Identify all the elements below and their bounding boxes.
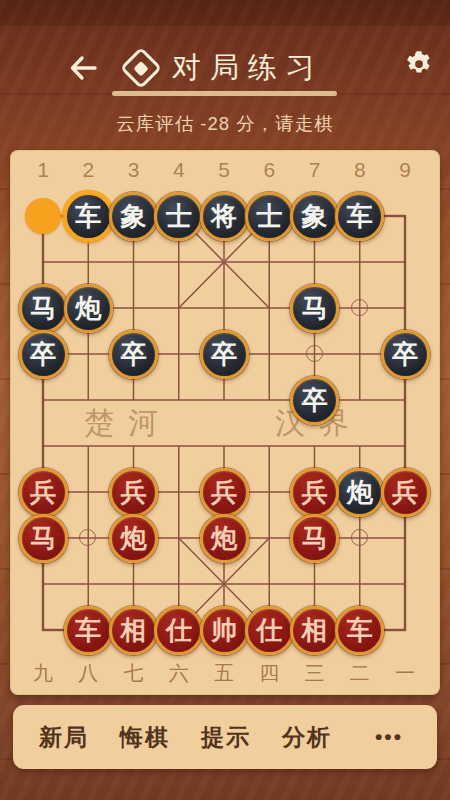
bottom-coordinate-label: 二 <box>346 660 374 687</box>
piece-red-车[interactable]: 车 <box>335 606 384 655</box>
piece-black-卒[interactable]: 卒 <box>381 330 430 379</box>
button-hint[interactable]: 提示 <box>201 722 251 753</box>
toolbar: 新局悔棋提示分析 ••• <box>13 705 437 769</box>
piece-red-相[interactable]: 相 <box>290 606 339 655</box>
piece-black-马[interactable]: 马 <box>19 284 68 333</box>
piece-black-象[interactable]: 象 <box>290 192 339 241</box>
bottom-coordinate-label: 七 <box>120 660 148 687</box>
bottom-coordinate-label: 八 <box>74 660 102 687</box>
button-undo[interactable]: 悔棋 <box>120 722 170 753</box>
piece-red-帅[interactable]: 帅 <box>200 606 249 655</box>
piece-red-仕[interactable]: 仕 <box>154 606 203 655</box>
piece-red-仕[interactable]: 仕 <box>245 606 294 655</box>
piece-red-炮[interactable]: 炮 <box>109 514 158 563</box>
title-underline <box>112 91 337 96</box>
button-new-game[interactable]: 新局 <box>39 722 89 753</box>
point-marker <box>351 299 368 316</box>
top-coordinate-label: 2 <box>74 158 102 182</box>
top-coordinate-label: 5 <box>210 158 238 182</box>
piece-red-兵[interactable]: 兵 <box>19 468 68 517</box>
bottom-coordinate-label: 一 <box>391 660 419 687</box>
status-bar-shade <box>0 0 450 26</box>
piece-red-炮[interactable]: 炮 <box>200 514 249 563</box>
top-coordinate-label: 4 <box>165 158 193 182</box>
xiangqi-board[interactable]: 楚河 汉界 123456789九八七六五四三二一车象士将士象车马炮马卒卒卒卒卒炮… <box>10 150 440 695</box>
piece-black-卒[interactable]: 卒 <box>200 330 249 379</box>
piece-black-车[interactable]: 车 <box>335 192 384 241</box>
piece-red-相[interactable]: 相 <box>109 606 158 655</box>
piece-black-炮[interactable]: 炮 <box>335 468 384 517</box>
bottom-coordinate-label: 九 <box>29 660 57 687</box>
piece-black-马[interactable]: 马 <box>290 284 339 333</box>
button-analyze[interactable]: 分析 <box>282 722 332 753</box>
piece-black-士[interactable]: 士 <box>245 192 294 241</box>
piece-red-兵[interactable]: 兵 <box>381 468 430 517</box>
piece-red-马[interactable]: 马 <box>290 514 339 563</box>
status-text: 云库评估 -28 分，请走棋 <box>0 111 450 136</box>
piece-black-象[interactable]: 象 <box>109 192 158 241</box>
top-coordinate-label: 7 <box>301 158 329 182</box>
settings-gear-icon[interactable] <box>404 49 434 79</box>
piece-red-车[interactable]: 车 <box>64 606 113 655</box>
header: 对局练习 <box>0 42 450 94</box>
more-options-button[interactable]: ••• <box>369 724 409 750</box>
piece-black-卒[interactable]: 卒 <box>290 376 339 425</box>
top-coordinate-label: 9 <box>391 158 419 182</box>
river-label-left: 楚河 <box>84 406 172 439</box>
piece-black-卒[interactable]: 卒 <box>109 330 158 379</box>
piece-red-马[interactable]: 马 <box>19 514 68 563</box>
bottom-coordinate-label: 六 <box>165 660 193 687</box>
piece-black-士[interactable]: 士 <box>154 192 203 241</box>
bottom-coordinate-label: 三 <box>301 660 329 687</box>
top-coordinate-label: 3 <box>120 158 148 182</box>
last-move-origin-marker <box>25 198 61 234</box>
point-marker <box>306 345 323 362</box>
top-coordinate-label: 1 <box>29 158 57 182</box>
piece-red-兵[interactable]: 兵 <box>109 468 158 517</box>
diamond-icon <box>120 47 162 89</box>
piece-red-兵[interactable]: 兵 <box>290 468 339 517</box>
top-coordinate-label: 8 <box>346 158 374 182</box>
point-marker <box>351 529 368 546</box>
piece-black-炮[interactable]: 炮 <box>64 284 113 333</box>
piece-red-兵[interactable]: 兵 <box>200 468 249 517</box>
piece-black-车[interactable]: 车 <box>64 192 113 241</box>
page-title: 对局练习 <box>168 48 324 88</box>
bottom-coordinate-label: 四 <box>255 660 283 687</box>
bottom-coordinate-label: 五 <box>210 660 238 687</box>
piece-black-将[interactable]: 将 <box>200 192 249 241</box>
top-coordinate-label: 6 <box>255 158 283 182</box>
piece-black-卒[interactable]: 卒 <box>19 330 68 379</box>
